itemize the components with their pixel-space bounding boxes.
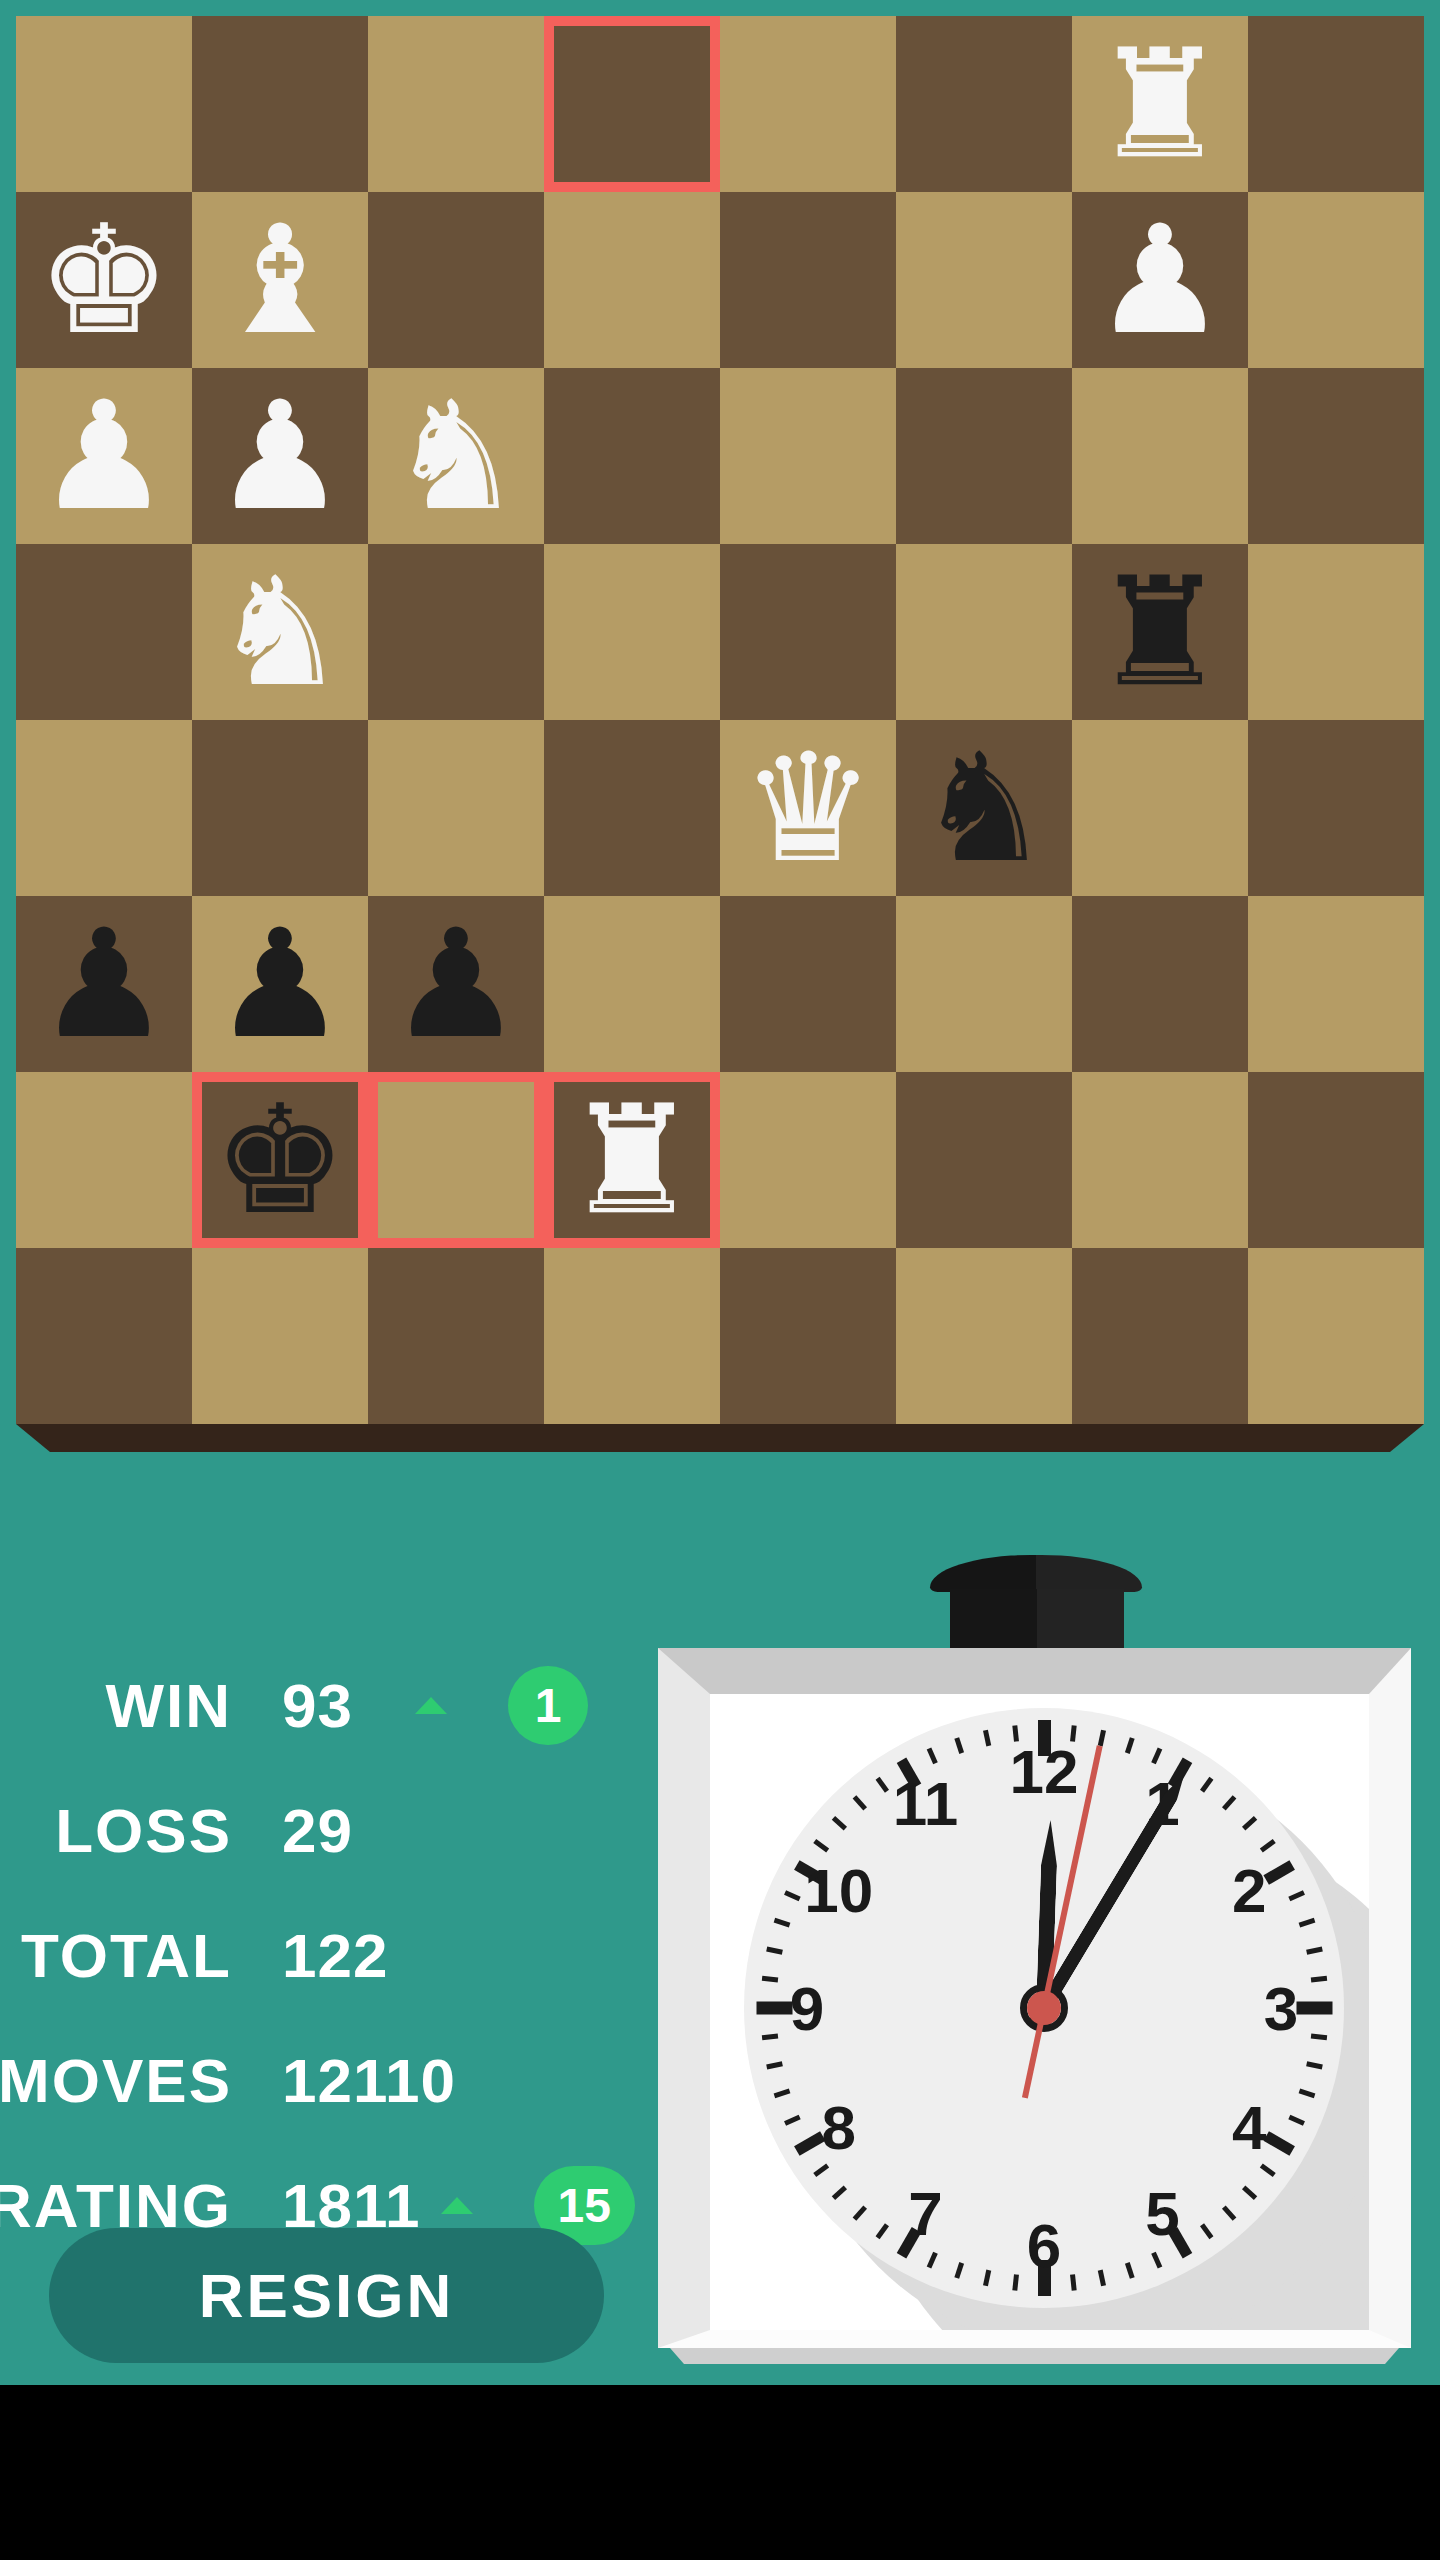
hour-tick [1296,2002,1332,2015]
square-d3[interactable] [544,896,720,1072]
minute-tick [926,2252,937,2269]
minute-tick [1310,2034,1326,2041]
clock-face: 121234567891011 [744,1708,1344,2308]
minute-tick [784,1890,801,1901]
square-d1[interactable] [544,1248,720,1424]
minute-tick [1241,1816,1256,1830]
minute-tick [1124,2262,1134,2279]
square-g5[interactable]: ♜ [1072,544,1248,720]
clock-number-12: 12 [1010,1736,1079,1807]
minute-tick [766,2061,783,2069]
minute-tick [1288,2115,1305,2126]
square-h5[interactable] [1248,544,1424,720]
clock-number-7: 7 [908,2178,942,2249]
square-c5[interactable] [368,544,544,720]
bottom-bar [0,2385,1440,2560]
square-d5[interactable] [544,544,720,720]
square-e2[interactable] [720,1072,896,1248]
stat-value: 12110 [282,2045,456,2116]
piece-white-pawn: ♟ [1072,192,1248,368]
piece-black-pawn: ♟ [16,896,192,1072]
square-a8[interactable] [16,16,192,192]
minute-tick [1298,1918,1315,1928]
square-e1[interactable] [720,1248,896,1424]
board-edge [16,1424,1424,1452]
square-d7[interactable] [544,192,720,368]
square-a2[interactable] [16,1072,192,1248]
minute-tick [983,2270,991,2287]
piece-white-knight: ♞ [368,368,544,544]
minute-tick [1259,2164,1275,2177]
minute-tick [852,1795,866,1810]
square-b7[interactable]: ♝ [192,192,368,368]
stat-row-moves: MOVES12110 [0,2018,700,2143]
minute-tick [1306,2061,1323,2069]
square-d6[interactable] [544,368,720,544]
square-g2[interactable] [1072,1072,1248,1248]
piece-black-rook: ♜ [1072,544,1248,720]
stat-label: LOSS [0,1795,232,1866]
square-c4[interactable] [368,720,544,896]
minute-tick [1124,1737,1134,1754]
minute-tick [761,2034,777,2041]
square-f2[interactable] [896,1072,1072,1248]
square-c7[interactable] [368,192,544,368]
minute-tick [1200,1777,1213,1793]
minute-tick [773,2088,790,2098]
minute-tick [954,1737,964,1754]
square-a7[interactable]: ♚ [16,192,192,368]
minute-tick [766,1947,783,1955]
clock-number-4: 4 [1232,2091,1266,2162]
square-b4[interactable] [192,720,368,896]
minute-tick [1151,2252,1162,2269]
square-h1[interactable] [1248,1248,1424,1424]
stat-label: TOTAL [0,1920,232,1991]
minute-tick [875,2223,888,2239]
piece-white-king: ♚ [16,192,192,368]
minute-tick [784,2115,801,2126]
minute-tick [813,2164,829,2177]
minute-tick [1306,1947,1323,1955]
square-e8[interactable] [720,16,896,192]
hour-tick [794,2131,825,2156]
stat-value: 29 [282,1795,395,1866]
piece-black-pawn: ♟ [368,896,544,1072]
clock-number-8: 8 [822,2091,856,2162]
square-a5[interactable] [16,544,192,720]
stat-value: 122 [282,1920,395,1991]
resign-button[interactable]: RESIGN [49,2228,604,2363]
square-e4[interactable]: ♛ [720,720,896,896]
square-e3[interactable] [720,896,896,1072]
square-g4[interactable] [1072,720,1248,896]
clock-number-5: 5 [1145,2178,1179,2249]
square-f1[interactable] [896,1248,1072,1424]
minute-tick [954,2262,964,2279]
square-f5[interactable] [896,544,1072,720]
square-c6[interactable]: ♞ [368,368,544,544]
minute-tick [1288,1890,1305,1901]
square-f3[interactable] [896,896,1072,1072]
minute-tick [813,1839,829,1852]
square-a1[interactable] [16,1248,192,1424]
clock-number-2: 2 [1232,1854,1266,1925]
square-g1[interactable] [1072,1248,1248,1424]
stat-row-win: WIN931 [0,1643,700,1768]
square-f8[interactable] [896,16,1072,192]
minute-tick [1241,2185,1256,2199]
square-a4[interactable] [16,720,192,896]
square-h7[interactable] [1248,192,1424,368]
square-a3[interactable]: ♟ [16,896,192,1072]
piece-white-pawn: ♟ [16,368,192,544]
minute-tick [1151,1748,1162,1765]
stat-row-total: TOTAL122 [0,1893,700,2018]
piece-white-rook: ♜ [544,1072,720,1248]
win-delta-badge: 1 [508,1666,588,1745]
square-c3[interactable]: ♟ [368,896,544,1072]
trend-up-icon [441,2197,473,2214]
square-d4[interactable] [544,720,720,896]
minute-tick [1221,1795,1235,1810]
minute-tick [1310,1976,1326,1983]
stat-row-loss: LOSS29 [0,1768,700,1893]
piece-white-queen: ♛ [720,720,896,896]
minute-tick [773,1918,790,1928]
minute-tick [761,1976,777,1983]
square-d2[interactable]: ♜ [544,1072,720,1248]
square-h8[interactable] [1248,16,1424,192]
square-e7[interactable] [720,192,896,368]
square-b2[interactable]: ♚ [192,1072,368,1248]
square-f6[interactable] [896,368,1072,544]
hour-tick [1263,1860,1294,1885]
stat-value: 93 [282,1670,395,1741]
square-e6[interactable] [720,368,896,544]
piece-black-king: ♚ [192,1072,368,1248]
square-g8[interactable]: ♜ [1072,16,1248,192]
square-b1[interactable] [192,1248,368,1424]
hour-tick [756,2002,792,2015]
square-e5[interactable] [720,544,896,720]
minute-tick [926,1748,937,1765]
square-g3[interactable] [1072,896,1248,1072]
chess-board: ♜♚♝♟♟♟♞♞♜♛♞♟♟♟♚♜ [16,16,1424,1424]
clock-number-3: 3 [1264,1973,1298,2044]
piece-white-knight: ♞ [192,544,368,720]
clock-number-9: 9 [790,1973,824,2044]
square-h6[interactable] [1248,368,1424,544]
minute-tick [1259,1839,1275,1852]
piece-white-pawn: ♟ [192,368,368,544]
chess-clock: 121234567891011 [658,1648,1411,2348]
minute-tick [1012,2274,1019,2290]
square-h4[interactable] [1248,720,1424,896]
minute-tick [1221,2205,1235,2220]
clock-number-11: 11 [893,1767,959,1838]
minute-tick [983,1730,991,1747]
square-h2[interactable] [1248,1072,1424,1248]
clock-inner-panel: 121234567891011 [710,1694,1369,2330]
hour-tick [1263,2131,1294,2156]
square-c1[interactable] [368,1248,544,1424]
square-b3[interactable]: ♟ [192,896,368,1072]
trend-up-icon [415,1697,447,1714]
clock-number-10: 10 [804,1854,873,1925]
minute-tick [1097,2270,1105,2287]
stat-label: MOVES [0,2045,232,2116]
square-b8[interactable] [192,16,368,192]
square-g6[interactable] [1072,368,1248,544]
minute-tick [831,1816,846,1830]
minute-tick [831,2185,846,2199]
piece-black-knight: ♞ [896,720,1072,896]
square-g7[interactable]: ♟ [1072,192,1248,368]
square-f4[interactable]: ♞ [896,720,1072,896]
clock-button-icon[interactable] [930,1555,1142,1592]
square-d8[interactable] [544,16,720,192]
square-a6[interactable]: ♟ [16,368,192,544]
minute-tick [1200,2223,1213,2239]
stat-label: WIN [0,1670,232,1741]
square-b6[interactable]: ♟ [192,368,368,544]
clock-button-stem[interactable] [950,1589,1124,1649]
piece-white-rook: ♜ [1072,16,1248,192]
clock-number-6: 6 [1027,2210,1061,2281]
square-f7[interactable] [896,192,1072,368]
minute-tick [875,1777,888,1793]
square-c2[interactable] [368,1072,544,1248]
minute-tick [1298,2088,1315,2098]
square-b5[interactable]: ♞ [192,544,368,720]
piece-white-bishop: ♝ [192,192,368,368]
square-c8[interactable] [368,16,544,192]
clock-base [670,2348,1399,2364]
minute-tick [1097,1730,1105,1747]
minute-tick [852,2205,866,2220]
square-h3[interactable] [1248,896,1424,1072]
clock-center-dot [1027,1991,1061,2025]
minute-tick [1070,2274,1077,2290]
piece-black-pawn: ♟ [192,896,368,1072]
stats-panel: WIN931LOSS29TOTAL122MOVES12110RATING1811… [0,1643,700,2268]
